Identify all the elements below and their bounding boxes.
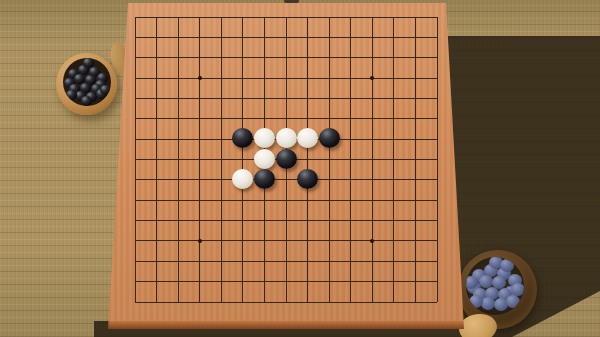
grid-line-v <box>329 17 330 302</box>
board-grid[interactable] <box>135 17 437 302</box>
black-stone-bowl <box>56 53 117 115</box>
board-side-face <box>108 321 464 329</box>
black-bowl-interior <box>63 58 111 106</box>
black-stone[interactable] <box>276 149 297 169</box>
grid-line-h <box>135 220 437 221</box>
white-stone[interactable] <box>297 128 318 148</box>
slate-bowl-stone <box>511 283 524 296</box>
grid-line-h <box>135 281 437 282</box>
black-stone[interactable] <box>232 128 253 148</box>
grid-line-h <box>135 240 437 241</box>
goban[interactable] <box>108 3 464 329</box>
white-stone[interactable] <box>276 128 297 148</box>
black-bowl-stone <box>81 96 92 106</box>
grid-line-v <box>437 17 438 302</box>
star-point <box>370 76 374 80</box>
slate-bowl-stone <box>500 259 514 272</box>
black-stone[interactable] <box>319 128 340 148</box>
grid-line-h <box>135 261 437 262</box>
grid-line-v <box>393 17 394 302</box>
game-scene <box>0 0 600 337</box>
black-stone[interactable] <box>297 169 318 189</box>
black-stone[interactable] <box>254 169 275 189</box>
black-bowl-stone <box>74 74 85 84</box>
star-point <box>198 239 202 243</box>
white-stone[interactable] <box>232 169 253 189</box>
grid-line-v <box>350 17 351 302</box>
slate-bowl-stone <box>506 295 520 308</box>
white-stone[interactable] <box>254 128 275 148</box>
star-point <box>370 239 374 243</box>
black-bowl-stone <box>100 85 111 95</box>
star-point <box>198 76 202 80</box>
white-bowl-interior <box>466 257 524 315</box>
grid-line-h <box>135 179 437 180</box>
white-stone[interactable] <box>254 149 275 169</box>
grid-line-v <box>415 17 416 302</box>
grid-line-v <box>372 17 373 302</box>
black-bowl-stone <box>83 58 94 68</box>
grid-line-h <box>135 200 437 201</box>
grid-line-h <box>135 302 437 303</box>
grid-line-v <box>307 17 308 302</box>
slate-bowl-stone <box>481 297 495 310</box>
black-bowl-stone <box>66 90 77 100</box>
slate-bowl-stone <box>469 295 483 308</box>
